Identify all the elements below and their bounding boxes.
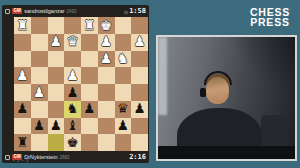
square[interactable]: ♟: [98, 51, 115, 68]
square[interactable]: [98, 101, 115, 118]
bottom-player-clock: 2:16: [129, 153, 146, 161]
square[interactable]: [31, 67, 48, 84]
square[interactable]: [48, 67, 65, 84]
square[interactable]: [48, 101, 65, 118]
square[interactable]: ♜: [81, 17, 98, 34]
piece-white-queen[interactable]: ♛: [67, 35, 79, 49]
top-player-name[interactable]: sandrostilganzar: [24, 8, 64, 14]
piece-white-pawn[interactable]: ♟: [67, 69, 79, 83]
webcam-video: [158, 37, 295, 159]
square[interactable]: [31, 134, 48, 151]
square[interactable]: ♜: [14, 17, 31, 34]
square[interactable]: ♟: [131, 101, 148, 118]
square[interactable]: [14, 51, 31, 68]
window-light: [158, 37, 167, 115]
square[interactable]: ♟: [31, 118, 48, 135]
square[interactable]: [81, 118, 98, 135]
square[interactable]: ♟: [131, 34, 148, 51]
square[interactable]: [14, 84, 31, 101]
square[interactable]: [98, 67, 115, 84]
piece-white-pawn[interactable]: ♟: [50, 35, 62, 49]
square[interactable]: ♛: [115, 101, 132, 118]
desk: [158, 146, 295, 159]
square[interactable]: [81, 67, 98, 84]
headphone-cup: [200, 88, 206, 97]
square[interactable]: [48, 134, 65, 151]
top-clock-time: 1:58: [129, 7, 146, 15]
square[interactable]: [131, 17, 148, 34]
square[interactable]: ♞: [64, 101, 81, 118]
piece-white-knight[interactable]: ♞: [117, 52, 129, 66]
square[interactable]: [31, 34, 48, 51]
piece-white-pawn[interactable]: ♟: [100, 35, 112, 49]
clock-icon: ◷: [124, 8, 128, 15]
chess-board[interactable]: ♜♜♚♟♛♟♟♟♞♟♟♟♟♟♞♟♛♟♟♟♝♟♜♚: [14, 17, 148, 151]
top-player-title-badge: GM: [12, 8, 22, 14]
square[interactable]: ♟: [14, 67, 31, 84]
square[interactable]: ♚: [64, 134, 81, 151]
piece-white-pawn[interactable]: ♟: [100, 52, 112, 66]
square[interactable]: [98, 134, 115, 151]
square[interactable]: [48, 17, 65, 34]
square[interactable]: ♚: [98, 17, 115, 34]
piece-white-pawn[interactable]: ♟: [33, 86, 45, 100]
square[interactable]: [98, 84, 115, 101]
piece-black-pawn[interactable]: ♟: [16, 102, 28, 116]
piece-white-rook[interactable]: ♜: [83, 19, 95, 33]
square[interactable]: [64, 51, 81, 68]
top-player-clock: ◷ 1:58: [124, 7, 146, 15]
square[interactable]: [131, 134, 148, 151]
square[interactable]: ♟: [48, 34, 65, 51]
square[interactable]: [31, 51, 48, 68]
bottom-player-bar: GM DrNykterstein 2882 • 5 • 3 2:16: [2, 151, 149, 163]
square[interactable]: [115, 17, 132, 34]
square[interactable]: [14, 118, 31, 135]
stream-icon: [5, 155, 10, 160]
chair: [261, 115, 287, 149]
square[interactable]: [131, 84, 148, 101]
piece-black-pawn[interactable]: ♟: [50, 119, 62, 133]
square[interactable]: [115, 67, 132, 84]
square[interactable]: [81, 134, 98, 151]
square[interactable]: ♜: [14, 134, 31, 151]
square[interactable]: [48, 84, 65, 101]
piece-black-rook[interactable]: ♜: [16, 136, 28, 150]
square[interactable]: [131, 51, 148, 68]
piece-black-pawn[interactable]: ♟: [67, 86, 79, 100]
square[interactable]: [115, 134, 132, 151]
bottom-clock-time: 2:16: [129, 153, 146, 161]
square[interactable]: ♟: [81, 101, 98, 118]
square[interactable]: [131, 67, 148, 84]
bottom-player-subline: • 5 • 3: [13, 159, 29, 163]
square[interactable]: [64, 17, 81, 34]
square[interactable]: ♟: [31, 84, 48, 101]
piece-white-pawn[interactable]: ♟: [134, 35, 146, 49]
piece-black-pawn[interactable]: ♟: [83, 102, 95, 116]
piece-white-king[interactable]: ♚: [100, 19, 112, 33]
square[interactable]: [131, 118, 148, 135]
square[interactable]: ♞: [115, 51, 132, 68]
piece-black-queen[interactable]: ♛: [117, 102, 129, 116]
square[interactable]: ♟: [14, 101, 31, 118]
square[interactable]: ♟: [48, 118, 65, 135]
logo-line2: PRESS: [247, 17, 293, 27]
piece-white-rook[interactable]: ♜: [16, 19, 28, 33]
square[interactable]: ♟: [64, 84, 81, 101]
bottom-player-rating: 2882: [60, 155, 70, 160]
chess-press-logo: CHESS PRESS: [247, 7, 293, 27]
tv-icon: [5, 9, 10, 14]
square[interactable]: [31, 101, 48, 118]
lichess-game-panel: GM sandrostilganzar 2493 ◷ 1:58 ♜♜♚♟♛♟♟♟…: [2, 5, 149, 163]
piece-black-pawn[interactable]: ♟: [117, 119, 129, 133]
square[interactable]: ♟: [64, 67, 81, 84]
square[interactable]: [81, 51, 98, 68]
room-shadow: [225, 37, 295, 97]
square[interactable]: ♝: [64, 118, 81, 135]
top-player-bar: GM sandrostilganzar 2493 ◷ 1:58: [2, 5, 149, 17]
square[interactable]: [115, 34, 132, 51]
square[interactable]: ♟: [98, 34, 115, 51]
piece-black-pawn[interactable]: ♟: [33, 119, 45, 133]
top-player-rating: 2493: [67, 9, 77, 14]
piece-black-pawn[interactable]: ♟: [134, 102, 146, 116]
square[interactable]: [98, 118, 115, 135]
square[interactable]: ♛: [64, 34, 81, 51]
piece-white-pawn[interactable]: ♟: [16, 69, 28, 83]
square[interactable]: [14, 34, 31, 51]
square[interactable]: [48, 51, 65, 68]
square[interactable]: ♟: [115, 118, 132, 135]
piece-black-bishop[interactable]: ♝: [67, 119, 79, 133]
square[interactable]: [81, 84, 98, 101]
piece-black-knight[interactable]: ♞: [67, 102, 79, 116]
square[interactable]: [81, 34, 98, 51]
square[interactable]: [115, 84, 132, 101]
webcam-frame: [156, 35, 297, 161]
piece-black-king[interactable]: ♚: [67, 136, 79, 150]
square[interactable]: [31, 17, 48, 34]
